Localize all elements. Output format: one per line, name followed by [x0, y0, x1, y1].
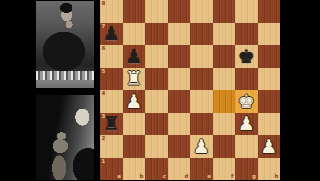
square-b7: [123, 23, 146, 46]
square-d7: [168, 23, 191, 46]
square-c2: [145, 135, 168, 158]
square-g8: [235, 0, 258, 23]
piece-black-pawn-b6: ♟: [125, 47, 142, 66]
file-label-g: g: [252, 174, 256, 180]
square-h7: [258, 23, 281, 46]
piece-white-pawn-e2: ♟: [193, 137, 210, 156]
square-f6: [213, 45, 236, 68]
square-f8: [213, 0, 236, 23]
rank-label-7: 7: [102, 24, 106, 30]
square-g5: [235, 68, 258, 91]
rank-label-1: 1: [102, 159, 106, 165]
file-label-c: c: [163, 174, 166, 180]
square-e4: [190, 90, 213, 113]
square-g4: ♚: [235, 90, 258, 113]
square-h8: [258, 0, 281, 23]
square-f1: f: [213, 158, 236, 181]
square-f3: [213, 113, 236, 136]
square-e8: [190, 0, 213, 23]
file-label-a: a: [117, 174, 121, 180]
file-label-e: e: [207, 174, 211, 180]
chess-board: 87♟6♟♚5♜4♟♚3♜♟2♟♟1abcdefgh: [100, 0, 280, 180]
square-g7: [235, 23, 258, 46]
square-b1: b: [123, 158, 146, 181]
file-label-h: h: [275, 174, 279, 180]
square-a8: 8: [100, 0, 123, 23]
square-c5: [145, 68, 168, 91]
square-c1: c: [145, 158, 168, 181]
square-b6: ♟: [123, 45, 146, 68]
photo-chessboard-detail: [36, 71, 94, 88]
square-c4: [145, 90, 168, 113]
square-g1: g: [235, 158, 258, 181]
piece-white-pawn-h2: ♟: [260, 137, 277, 156]
square-e5: [190, 68, 213, 91]
square-d2: [168, 135, 191, 158]
square-b2: [123, 135, 146, 158]
square-e3: [190, 113, 213, 136]
square-f4: [213, 90, 236, 113]
square-h6: [258, 45, 281, 68]
square-b5: ♜: [123, 68, 146, 91]
square-d8: [168, 0, 191, 23]
square-g3: ♟: [235, 113, 258, 136]
square-h3: [258, 113, 281, 136]
square-f7: [213, 23, 236, 46]
file-label-d: d: [185, 174, 189, 180]
square-d1: d: [168, 158, 191, 181]
square-b3: [123, 113, 146, 136]
square-c7: [145, 23, 168, 46]
square-g2: [235, 135, 258, 158]
square-h5: [258, 68, 281, 91]
square-a4: 4: [100, 90, 123, 113]
square-a6: 6: [100, 45, 123, 68]
square-h4: [258, 90, 281, 113]
square-b4: ♟: [123, 90, 146, 113]
piece-black-king-g6: ♚: [238, 47, 255, 66]
square-e6: [190, 45, 213, 68]
square-d4: [168, 90, 191, 113]
square-g6: ♚: [235, 45, 258, 68]
rank-label-6: 6: [102, 46, 106, 52]
square-b8: [123, 0, 146, 23]
file-label-f: f: [231, 174, 233, 180]
rank-label-4: 4: [102, 91, 106, 97]
piece-white-pawn-b4: ♟: [125, 92, 142, 111]
chess-video-thumbnail[interactable]: 87♟6♟♚5♜4♟♚3♜♟2♟♟1abcdefgh: [0, 0, 320, 180]
square-f2: [213, 135, 236, 158]
piece-white-pawn-g3: ♟: [238, 114, 255, 133]
square-a2: 2: [100, 135, 123, 158]
rank-label-2: 2: [102, 136, 106, 142]
square-e7: [190, 23, 213, 46]
square-a1: 1a: [100, 158, 123, 181]
square-e2: ♟: [190, 135, 213, 158]
square-d5: [168, 68, 191, 91]
square-c3: [145, 113, 168, 136]
photo-player-with-cat: [36, 95, 94, 180]
file-label-b: b: [140, 174, 144, 180]
rank-label-8: 8: [102, 1, 106, 7]
photo-strip: [36, 0, 94, 180]
square-c6: [145, 45, 168, 68]
piece-white-king-g4: ♚: [238, 92, 255, 111]
rank-label-3: 3: [102, 114, 106, 120]
rank-label-5: 5: [102, 69, 106, 75]
square-h1: h: [258, 158, 281, 181]
square-a7: 7♟: [100, 23, 123, 46]
square-d6: [168, 45, 191, 68]
square-a3: 3♜: [100, 113, 123, 136]
square-e1: e: [190, 158, 213, 181]
photo-player-at-board: [36, 1, 94, 88]
piece-white-rook-b5: ♜: [125, 69, 142, 88]
square-c8: [145, 0, 168, 23]
square-h2: ♟: [258, 135, 281, 158]
square-f5: [213, 68, 236, 91]
square-d3: [168, 113, 191, 136]
square-a5: 5: [100, 68, 123, 91]
